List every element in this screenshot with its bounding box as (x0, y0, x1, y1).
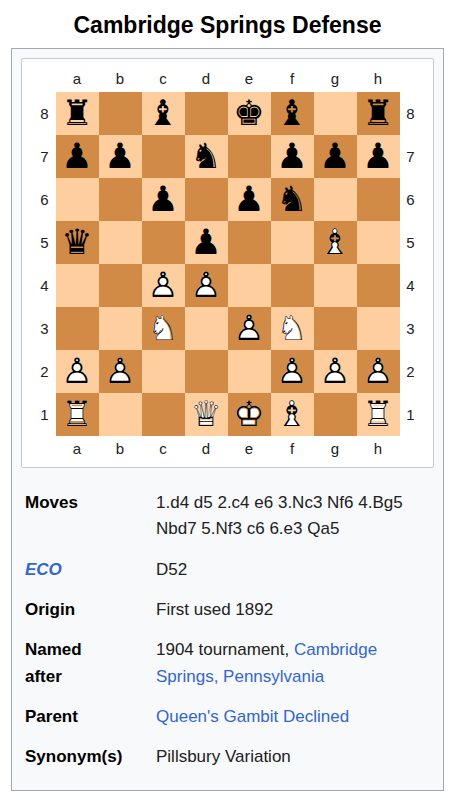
square-b2: ♟♙ (99, 350, 142, 393)
piece-white-bishop: ♝♗ (314, 221, 357, 264)
square-h2: ♟♙ (357, 350, 400, 393)
queens-gambit-declined-link[interactable]: Queen's Gambit Declined (156, 707, 349, 726)
page-title: Cambridge Springs Defense (8, 11, 447, 41)
square-c1 (142, 393, 185, 436)
piece-black-pawn: ♟ (314, 135, 357, 178)
piece-black-king: ♚ (228, 92, 271, 135)
value-text-eco: D52 (156, 560, 187, 579)
square-g6 (314, 178, 357, 221)
square-a6 (56, 178, 99, 221)
square-a8: ♜ (56, 92, 99, 135)
square-b4 (99, 264, 142, 307)
rank-label-7-right: 7 (400, 135, 422, 178)
file-label-b: b (99, 436, 142, 462)
piece-black-queen: ♛ (56, 221, 99, 264)
square-h5 (357, 221, 400, 264)
square-b1 (99, 393, 142, 436)
rank-label-1: 1 (34, 393, 56, 436)
square-f8: ♝ (271, 92, 314, 135)
piece-black-pawn: ♟ (357, 135, 400, 178)
file-label-h: h (357, 66, 400, 92)
square-c3: ♞♘ (142, 307, 185, 350)
square-g3 (314, 307, 357, 350)
file-label-c: c (142, 436, 185, 462)
square-a7: ♟ (56, 135, 99, 178)
square-a3 (56, 307, 99, 350)
piece-white-pawn: ♟♙ (56, 350, 99, 393)
file-label-d: d (185, 66, 228, 92)
opening-infobox: abcdefgh8♜♝♚♝♜87♟♟♞♟♟♟76♟♟♞65♛♟♝♗54♟♙♟♙4… (11, 48, 444, 791)
square-g8 (314, 92, 357, 135)
file-label-g: g (314, 66, 357, 92)
square-f5 (271, 221, 314, 264)
square-h6 (357, 178, 400, 221)
row-label-moves: Moves (22, 483, 154, 550)
piece-black-pawn: ♟ (99, 135, 142, 178)
square-h1: ♜♖ (357, 393, 400, 436)
piece-white-pawn: ♟♙ (228, 307, 271, 350)
square-b6 (99, 178, 142, 221)
square-e6: ♟ (228, 178, 271, 221)
row-value-synonyms: Pillsbury Variation (154, 737, 433, 777)
file-label-g: g (314, 436, 357, 462)
square-e4 (228, 264, 271, 307)
file-label-c: c (142, 66, 185, 92)
rank-label-5-right: 5 (400, 221, 422, 264)
square-d5: ♟ (185, 221, 228, 264)
piece-black-bishop: ♝ (142, 92, 185, 135)
board-corner (400, 66, 422, 92)
board-corner (34, 436, 56, 462)
piece-black-pawn: ♟ (228, 178, 271, 221)
square-h4 (357, 264, 400, 307)
file-label-a: a (56, 436, 99, 462)
square-d8 (185, 92, 228, 135)
square-f1: ♝♗ (271, 393, 314, 436)
square-g7: ♟ (314, 135, 357, 178)
rank-label-4: 4 (34, 264, 56, 307)
rank-label-1-right: 1 (400, 393, 422, 436)
rank-label-6-right: 6 (400, 178, 422, 221)
piece-black-bishop: ♝ (271, 92, 314, 135)
rank-label-7: 7 (34, 135, 56, 178)
piece-white-queen: ♛♕ (185, 393, 228, 436)
square-c4: ♟♙ (142, 264, 185, 307)
row-value-named-after: 1904 tournament, Cambridge Springs, Penn… (154, 630, 433, 697)
infobox-row-eco: ECOD52 (22, 550, 433, 590)
square-e1: ♚♔ (228, 393, 271, 436)
piece-white-pawn: ♟♙ (99, 350, 142, 393)
file-label-h: h (357, 436, 400, 462)
square-e3: ♟♙ (228, 307, 271, 350)
square-c8: ♝ (142, 92, 185, 135)
square-c2 (142, 350, 185, 393)
piece-white-pawn: ♟♙ (314, 350, 357, 393)
piece-white-bishop: ♝♗ (271, 393, 314, 436)
square-b5 (99, 221, 142, 264)
piece-black-pawn: ♟ (142, 178, 185, 221)
infobox-table: Moves1.d4 d5 2.c4 e6 3.Nc3 Nf6 4.Bg5 Nbd… (22, 483, 433, 778)
square-e5 (228, 221, 271, 264)
file-label-e: e (228, 66, 271, 92)
piece-black-rook: ♜ (357, 92, 400, 135)
square-a4 (56, 264, 99, 307)
square-d4: ♟♙ (185, 264, 228, 307)
rank-label-8-right: 8 (400, 92, 422, 135)
square-f2: ♟♙ (271, 350, 314, 393)
square-b8 (99, 92, 142, 135)
square-g1 (314, 393, 357, 436)
row-value-eco: D52 (154, 550, 433, 590)
piece-white-pawn: ♟♙ (357, 350, 400, 393)
rank-label-2-right: 2 (400, 350, 422, 393)
square-f7: ♟ (271, 135, 314, 178)
square-d6 (185, 178, 228, 221)
row-label-eco: ECO (22, 550, 154, 590)
piece-black-knight: ♞ (185, 135, 228, 178)
row-label-named-after: Namedafter (22, 630, 154, 697)
row-label-origin: Origin (22, 590, 154, 630)
square-d7: ♞ (185, 135, 228, 178)
rank-label-4-right: 4 (400, 264, 422, 307)
file-label-d: d (185, 436, 228, 462)
chessboard-container: abcdefgh8♜♝♚♝♜87♟♟♞♟♟♟76♟♟♞65♛♟♝♗54♟♙♟♙4… (21, 58, 434, 468)
square-f6: ♞ (271, 178, 314, 221)
piece-black-rook: ♜ (56, 92, 99, 135)
square-f3: ♞♘ (271, 307, 314, 350)
piece-white-king: ♚♔ (228, 393, 271, 436)
file-label-f: f (271, 66, 314, 92)
square-c6: ♟ (142, 178, 185, 221)
piece-white-pawn: ♟♙ (142, 264, 185, 307)
infobox-row-named-after: Namedafter1904 tournament, Cambridge Spr… (22, 630, 433, 697)
board-corner (34, 66, 56, 92)
square-d2 (185, 350, 228, 393)
piece-black-pawn: ♟ (185, 221, 228, 264)
square-d1: ♛♕ (185, 393, 228, 436)
piece-black-pawn: ♟ (271, 135, 314, 178)
rank-label-8: 8 (34, 92, 56, 135)
row-value-moves: 1.d4 d5 2.c4 e6 3.Nc3 Nf6 4.Bg5 Nbd7 5.N… (154, 483, 433, 550)
square-g2: ♟♙ (314, 350, 357, 393)
piece-black-pawn: ♟ (56, 135, 99, 178)
square-e7 (228, 135, 271, 178)
row-value-parent: Queen's Gambit Declined (154, 697, 433, 737)
square-g5: ♝♗ (314, 221, 357, 264)
square-b7: ♟ (99, 135, 142, 178)
square-a5: ♛ (56, 221, 99, 264)
infobox-row-origin: OriginFirst used 1892 (22, 590, 433, 630)
file-label-a: a (56, 66, 99, 92)
piece-black-knight: ♞ (271, 178, 314, 221)
square-a2: ♟♙ (56, 350, 99, 393)
piece-white-rook: ♜♖ (56, 393, 99, 436)
file-label-b: b (99, 66, 142, 92)
chessboard: abcdefgh8♜♝♚♝♜87♟♟♞♟♟♟76♟♟♞65♛♟♝♗54♟♙♟♙4… (34, 66, 422, 462)
square-a1: ♜♖ (56, 393, 99, 436)
square-b3 (99, 307, 142, 350)
row-value-origin: First used 1892 (154, 590, 433, 630)
piece-white-pawn: ♟♙ (185, 264, 228, 307)
square-h3 (357, 307, 400, 350)
value-text-named-after: 1904 tournament, (156, 640, 294, 659)
eco-link[interactable]: ECO (25, 560, 62, 579)
row-label-synonyms: Synonym(s) (22, 737, 154, 777)
rank-label-6: 6 (34, 178, 56, 221)
square-g4 (314, 264, 357, 307)
piece-white-knight: ♞♘ (271, 307, 314, 350)
infobox-row-synonyms: Synonym(s)Pillsbury Variation (22, 737, 433, 777)
row-label-parent: Parent (22, 697, 154, 737)
rank-label-2: 2 (34, 350, 56, 393)
infobox-row-moves: Moves1.d4 d5 2.c4 e6 3.Nc3 Nf6 4.Bg5 Nbd… (22, 483, 433, 550)
square-d3 (185, 307, 228, 350)
rank-label-3-right: 3 (400, 307, 422, 350)
file-label-f: f (271, 436, 314, 462)
piece-white-knight: ♞♘ (142, 307, 185, 350)
square-c5 (142, 221, 185, 264)
square-e2 (228, 350, 271, 393)
piece-white-rook: ♜♖ (357, 393, 400, 436)
infobox-row-parent: ParentQueen's Gambit Declined (22, 697, 433, 737)
square-c7 (142, 135, 185, 178)
value-text-moves: 1.d4 d5 2.c4 e6 3.Nc3 Nf6 4.Bg5 Nbd7 5.N… (156, 493, 403, 538)
file-label-e: e (228, 436, 271, 462)
square-h7: ♟ (357, 135, 400, 178)
piece-white-pawn: ♟♙ (271, 350, 314, 393)
square-f4 (271, 264, 314, 307)
value-text-synonyms: Pillsbury Variation (156, 747, 291, 766)
square-h8: ♜ (357, 92, 400, 135)
value-text-origin: First used 1892 (156, 600, 273, 619)
square-e8: ♚ (228, 92, 271, 135)
rank-label-3: 3 (34, 307, 56, 350)
board-corner (400, 436, 422, 462)
rank-label-5: 5 (34, 221, 56, 264)
